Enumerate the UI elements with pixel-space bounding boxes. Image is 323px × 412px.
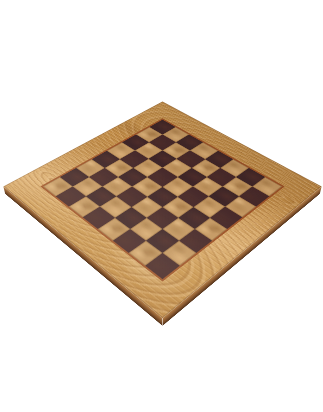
board-grid <box>40 118 285 281</box>
product-photo-scene <box>0 0 323 412</box>
chess-board <box>3 101 321 318</box>
